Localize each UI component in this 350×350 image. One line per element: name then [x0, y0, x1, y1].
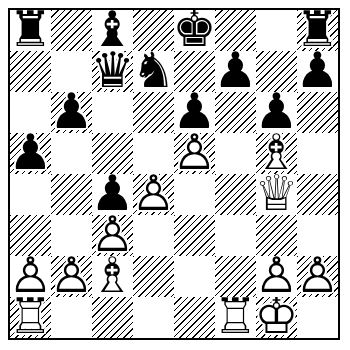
piece-halo: ♜	[215, 297, 256, 338]
black-king[interactable]: ♚	[174, 10, 215, 51]
black-pawn[interactable]: ♟	[174, 92, 215, 133]
square-c3[interactable]: ♟♙	[92, 215, 133, 256]
square-h6[interactable]	[297, 92, 338, 133]
piece-halo: ♟	[51, 256, 92, 297]
white-rook[interactable]: ♖	[10, 297, 51, 338]
square-f8[interactable]	[215, 10, 256, 51]
square-d4[interactable]: ♟♙	[133, 174, 174, 215]
piece-halo: ♞	[133, 51, 174, 92]
chess-board: ♜♜♝♝♚♚♜♜♛♛♞♞♟♟♟♟♟♟♟♟♟♟♟♟♟♙♝♗♟♟♟♙♛♕♟♙♟♙♟♙…	[8, 8, 340, 340]
square-b6[interactable]: ♟♟	[51, 92, 92, 133]
square-a7[interactable]	[10, 51, 51, 92]
square-d7[interactable]: ♞♞	[133, 51, 174, 92]
piece-halo: ♜	[10, 10, 51, 51]
white-king[interactable]: ♔	[256, 297, 297, 338]
white-pawn[interactable]: ♙	[174, 133, 215, 174]
white-bishop[interactable]: ♗	[256, 133, 297, 174]
square-d2[interactable]	[133, 256, 174, 297]
piece-halo: ♟	[133, 174, 174, 215]
square-d1[interactable]	[133, 297, 174, 338]
piece-halo: ♟	[174, 92, 215, 133]
square-h8[interactable]: ♜♜	[297, 10, 338, 51]
square-a2[interactable]: ♟♙	[10, 256, 51, 297]
square-c8[interactable]: ♝♝	[92, 10, 133, 51]
piece-halo: ♜	[10, 297, 51, 338]
square-g4[interactable]: ♛♕	[256, 174, 297, 215]
square-f5[interactable]	[215, 133, 256, 174]
square-f2[interactable]	[215, 256, 256, 297]
piece-halo: ♚	[174, 10, 215, 51]
black-pawn[interactable]: ♟	[215, 51, 256, 92]
square-c7[interactable]: ♛♛	[92, 51, 133, 92]
square-c4[interactable]: ♟♟	[92, 174, 133, 215]
square-h1[interactable]	[297, 297, 338, 338]
square-b1[interactable]	[51, 297, 92, 338]
black-bishop[interactable]: ♝	[92, 10, 133, 51]
square-c5[interactable]	[92, 133, 133, 174]
square-g8[interactable]	[256, 10, 297, 51]
black-pawn[interactable]: ♟	[51, 92, 92, 133]
square-a3[interactable]	[10, 215, 51, 256]
square-f3[interactable]	[215, 215, 256, 256]
square-d8[interactable]	[133, 10, 174, 51]
piece-halo: ♟	[256, 256, 297, 297]
square-e6[interactable]: ♟♟	[174, 92, 215, 133]
black-pawn[interactable]: ♟	[256, 92, 297, 133]
square-e3[interactable]	[174, 215, 215, 256]
square-b7[interactable]	[51, 51, 92, 92]
square-g3[interactable]	[256, 215, 297, 256]
white-pawn[interactable]: ♙	[133, 174, 174, 215]
piece-halo: ♟	[92, 174, 133, 215]
square-h4[interactable]	[297, 174, 338, 215]
square-g2[interactable]: ♟♙	[256, 256, 297, 297]
black-pawn[interactable]: ♟	[10, 133, 51, 174]
square-g1[interactable]: ♚♔	[256, 297, 297, 338]
black-knight[interactable]: ♞	[133, 51, 174, 92]
square-d5[interactable]	[133, 133, 174, 174]
black-pawn[interactable]: ♟	[297, 51, 338, 92]
square-f6[interactable]	[215, 92, 256, 133]
piece-halo: ♟	[174, 133, 215, 174]
square-e4[interactable]	[174, 174, 215, 215]
piece-halo: ♟	[10, 256, 51, 297]
square-a4[interactable]	[10, 174, 51, 215]
white-queen[interactable]: ♕	[256, 174, 297, 215]
piece-halo: ♚	[256, 297, 297, 338]
square-b3[interactable]	[51, 215, 92, 256]
square-d6[interactable]	[133, 92, 174, 133]
piece-halo: ♛	[256, 174, 297, 215]
piece-halo: ♝	[92, 10, 133, 51]
square-e5[interactable]: ♟♙	[174, 133, 215, 174]
white-pawn[interactable]: ♙	[10, 256, 51, 297]
square-g5[interactable]: ♝♗	[256, 133, 297, 174]
square-b5[interactable]	[51, 133, 92, 174]
square-e8[interactable]: ♚♚	[174, 10, 215, 51]
square-b4[interactable]	[51, 174, 92, 215]
piece-halo: ♟	[297, 51, 338, 92]
black-pawn[interactable]: ♟	[92, 174, 133, 215]
square-c6[interactable]	[92, 92, 133, 133]
square-f4[interactable]	[215, 174, 256, 215]
square-e7[interactable]	[174, 51, 215, 92]
piece-halo: ♟	[297, 256, 338, 297]
square-e2[interactable]	[174, 256, 215, 297]
square-g7[interactable]	[256, 51, 297, 92]
piece-halo: ♝	[256, 133, 297, 174]
black-rook[interactable]: ♜	[297, 10, 338, 51]
white-pawn[interactable]: ♙	[51, 256, 92, 297]
square-a8[interactable]: ♜♜	[10, 10, 51, 51]
square-a6[interactable]	[10, 92, 51, 133]
white-pawn[interactable]: ♙	[256, 256, 297, 297]
square-f7[interactable]: ♟♟	[215, 51, 256, 92]
white-pawn[interactable]: ♙	[297, 256, 338, 297]
square-g6[interactable]: ♟♟	[256, 92, 297, 133]
chess-diagram: ♜♜♝♝♚♚♜♜♛♛♞♞♟♟♟♟♟♟♟♟♟♟♟♟♟♙♝♗♟♟♟♙♛♕♟♙♟♙♟♙…	[0, 0, 350, 350]
piece-halo: ♟	[215, 51, 256, 92]
piece-halo: ♜	[297, 10, 338, 51]
square-e1[interactable]	[174, 297, 215, 338]
black-queen[interactable]: ♛	[92, 51, 133, 92]
piece-halo: ♟	[10, 133, 51, 174]
square-h7[interactable]: ♟♟	[297, 51, 338, 92]
square-h5[interactable]	[297, 133, 338, 174]
piece-halo: ♟	[51, 92, 92, 133]
square-c2[interactable]: ♝♗	[92, 256, 133, 297]
black-rook[interactable]: ♜	[10, 10, 51, 51]
piece-halo: ♝	[92, 256, 133, 297]
square-h3[interactable]	[297, 215, 338, 256]
square-b8[interactable]	[51, 10, 92, 51]
square-h2[interactable]: ♟♙	[297, 256, 338, 297]
square-a5[interactable]: ♟♟	[10, 133, 51, 174]
square-b2[interactable]: ♟♙	[51, 256, 92, 297]
piece-halo: ♛	[92, 51, 133, 92]
square-a1[interactable]: ♜♖	[10, 297, 51, 338]
square-d3[interactable]	[133, 215, 174, 256]
white-bishop[interactable]: ♗	[92, 256, 133, 297]
square-c1[interactable]	[92, 297, 133, 338]
piece-halo: ♟	[92, 215, 133, 256]
piece-halo: ♟	[256, 92, 297, 133]
white-pawn[interactable]: ♙	[92, 215, 133, 256]
white-rook[interactable]: ♖	[215, 297, 256, 338]
square-f1[interactable]: ♜♖	[215, 297, 256, 338]
